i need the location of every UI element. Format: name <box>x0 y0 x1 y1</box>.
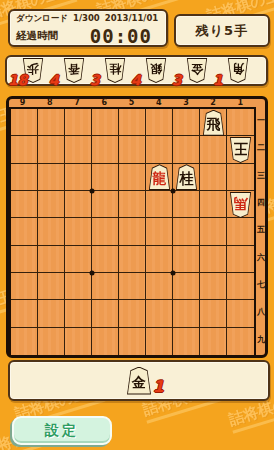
board-cell[interactable] <box>119 164 146 191</box>
piece-face: 馬 <box>230 193 251 217</box>
shogi-piece-桂[interactable]: 桂 <box>175 164 198 190</box>
board-cell[interactable] <box>92 300 119 327</box>
piece-face: 金 <box>187 59 207 82</box>
piece-glyph: 金 <box>191 63 203 75</box>
piece-glyph: 飛 <box>206 117 220 131</box>
board-cell[interactable] <box>92 218 119 245</box>
piece-face: 桂 <box>105 59 125 82</box>
hand-count: 1 <box>153 377 164 396</box>
board-cell[interactable] <box>227 300 254 327</box>
piece-glyph: 龍 <box>152 171 166 185</box>
rank-label: 二 <box>256 134 266 161</box>
board-cell[interactable] <box>38 191 65 218</box>
board-cell[interactable] <box>227 109 254 136</box>
piece-glyph: 銀 <box>150 63 162 75</box>
rank-coordinates: 一二三四五六七八九 <box>256 107 266 353</box>
board-cell[interactable] <box>173 328 200 355</box>
board-cell[interactable] <box>227 328 254 355</box>
board-cell[interactable] <box>200 328 227 355</box>
board-cell[interactable] <box>92 246 119 273</box>
rank-label: 五 <box>256 216 266 243</box>
board-cell[interactable] <box>227 218 254 245</box>
board-cell[interactable] <box>227 273 254 300</box>
star-point <box>89 271 94 276</box>
piece-glyph: 角 <box>232 63 244 75</box>
board-cell[interactable] <box>65 109 92 136</box>
gote-hand-slot-歩[interactable]: 歩18 <box>9 57 50 85</box>
file-label: 3 <box>172 99 199 107</box>
board-cell[interactable] <box>38 273 65 300</box>
board-cell[interactable] <box>92 328 119 355</box>
board-cell[interactable] <box>119 218 146 245</box>
hand-count: 4 <box>49 72 59 88</box>
gote-hand-slot-香[interactable]: 香4 <box>50 57 91 85</box>
board-cell[interactable] <box>200 164 227 191</box>
board-cell[interactable] <box>146 109 173 136</box>
board-cell[interactable] <box>173 246 200 273</box>
piece-face: 龍 <box>149 165 170 189</box>
board-cell[interactable] <box>11 273 38 300</box>
board-cell[interactable] <box>11 136 38 163</box>
rank-label: 八 <box>256 298 266 325</box>
shogi-piece-角[interactable]: 角 <box>227 58 249 83</box>
piece-glyph: 馬 <box>233 197 247 211</box>
shogi-piece-王[interactable]: 王 <box>229 137 252 163</box>
board-cell[interactable] <box>92 191 119 218</box>
piece-glyph: 桂 <box>179 171 193 185</box>
board-cell[interactable] <box>173 218 200 245</box>
rank-label: 九 <box>256 326 266 353</box>
board-cell[interactable] <box>11 109 38 136</box>
board-cell[interactable] <box>65 164 92 191</box>
board-cell[interactable] <box>173 273 200 300</box>
board-cell[interactable] <box>92 109 119 136</box>
board-cell[interactable] <box>92 136 119 163</box>
gote-hand-slot-金[interactable]: 金3 <box>173 57 214 85</box>
board-cell[interactable] <box>119 328 146 355</box>
rank-label: 三 <box>256 162 266 189</box>
occupied-square-4三[interactable]: 龍 <box>146 164 173 191</box>
occupied-square-1二[interactable]: 王 <box>227 136 254 163</box>
rank-label: 一 <box>256 107 266 134</box>
board-cell[interactable] <box>146 191 173 218</box>
tsume-shogi-app: { "game": "shogi", "mode": "tsume (check… <box>0 0 274 450</box>
file-label: 7 <box>63 99 90 107</box>
board-cell[interactable] <box>65 273 92 300</box>
board-cell[interactable] <box>200 246 227 273</box>
board-cell[interactable] <box>119 191 146 218</box>
occupied-square-3三[interactable]: 桂 <box>173 164 200 191</box>
settings-button-label: 設定 <box>45 422 79 440</box>
board-cell[interactable] <box>200 191 227 218</box>
date-label: 2013/11/01 <box>105 13 159 25</box>
gote-hand-tray: 歩18香4桂3銀4金3角1 <box>5 55 268 86</box>
board-cell[interactable] <box>92 273 119 300</box>
shogi-piece-銀[interactable]: 銀 <box>145 58 167 83</box>
hand-count: 3 <box>172 72 182 88</box>
board-cell[interactable] <box>11 191 38 218</box>
piece-face: 王 <box>230 138 251 162</box>
board-cell[interactable] <box>200 136 227 163</box>
file-label: 2 <box>200 99 227 107</box>
shogi-piece-桂[interactable]: 桂 <box>104 58 126 83</box>
board-cell[interactable] <box>11 164 38 191</box>
board-grid: 飛王龍桂馬 <box>9 107 256 357</box>
piece-face: 銀 <box>146 59 166 82</box>
shogi-board: 987654321 飛王龍桂馬 一二三四五六七八九 <box>6 96 268 358</box>
board-cell[interactable] <box>227 246 254 273</box>
board-cell[interactable] <box>11 300 38 327</box>
hand-count: 3 <box>90 72 100 88</box>
elapsed-time-label: 経過時間 <box>16 29 58 43</box>
piece-glyph: 桂 <box>109 63 121 75</box>
board-cell[interactable] <box>92 164 119 191</box>
file-coordinates: 987654321 <box>9 99 254 107</box>
piece-glyph: 香 <box>68 63 80 75</box>
board-cell[interactable] <box>119 273 146 300</box>
shogi-piece-飛[interactable]: 飛 <box>202 110 225 136</box>
info-panel: ダウンロード 1/300 2013/11/01 経過時間 00:00 <box>8 9 168 47</box>
star-point <box>89 189 94 194</box>
board-cell[interactable] <box>11 218 38 245</box>
board-cell[interactable] <box>38 218 65 245</box>
rank-label: 四 <box>256 189 266 216</box>
file-label: 1 <box>227 99 254 107</box>
board-cell[interactable] <box>119 109 146 136</box>
board-cell[interactable] <box>65 136 92 163</box>
board-cell[interactable] <box>173 300 200 327</box>
board-cell[interactable] <box>227 164 254 191</box>
board-cell[interactable] <box>119 136 146 163</box>
board-cell[interactable] <box>200 218 227 245</box>
piece-face: 桂 <box>176 165 197 189</box>
piece-face: 飛 <box>203 111 224 135</box>
piece-face: 角 <box>228 59 248 82</box>
shogi-piece-金[interactable]: 金 <box>126 367 152 395</box>
board-cell[interactable] <box>146 300 173 327</box>
hand-count: 1 <box>213 72 223 88</box>
board-cell[interactable] <box>38 246 65 273</box>
shogi-piece-金[interactable]: 金 <box>186 58 208 83</box>
settings-button[interactable]: 設定 <box>12 416 112 445</box>
board-cell[interactable] <box>200 273 227 300</box>
board-cell[interactable] <box>11 328 38 355</box>
remaining-moves-badge: 残り5手 <box>174 14 270 47</box>
board-cell[interactable] <box>11 246 38 273</box>
sente-hand-slot[interactable]: 金1 <box>124 366 154 396</box>
board-cell[interactable] <box>38 109 65 136</box>
hand-count: 4 <box>131 72 141 88</box>
shogi-piece-香[interactable]: 香 <box>63 58 85 83</box>
gote-hand-slot-角[interactable]: 角1 <box>214 57 255 85</box>
occupied-square-1四[interactable]: 馬 <box>227 191 254 218</box>
gote-hand-slot-桂[interactable]: 桂3 <box>91 57 132 85</box>
board-cell[interactable] <box>146 218 173 245</box>
board-cell[interactable] <box>173 136 200 163</box>
download-status: ダウンロード 1/300 2013/11/01 <box>16 13 160 25</box>
piece-face: 香 <box>64 59 84 82</box>
shogi-piece-馬[interactable]: 馬 <box>229 192 252 218</box>
board-cell[interactable] <box>38 164 65 191</box>
star-point <box>170 271 175 276</box>
board-cell[interactable] <box>65 328 92 355</box>
piece-face: 金 <box>127 368 151 394</box>
file-label: 6 <box>91 99 118 107</box>
board-cell[interactable] <box>146 328 173 355</box>
board-cell[interactable] <box>65 300 92 327</box>
board-cell[interactable] <box>65 218 92 245</box>
board-cell[interactable] <box>200 300 227 327</box>
file-label: 9 <box>9 99 36 107</box>
board-cell[interactable] <box>146 136 173 163</box>
board-cell[interactable] <box>38 300 65 327</box>
board-cell[interactable] <box>38 328 65 355</box>
rank-label: 六 <box>256 244 266 271</box>
board-cell[interactable] <box>65 191 92 218</box>
sente-hand-tray: 金1 <box>8 360 270 401</box>
elapsed-timer: 00:00 <box>90 25 152 47</box>
file-label: 4 <box>145 99 172 107</box>
download-label: ダウンロード <box>16 13 68 25</box>
board-cell[interactable] <box>173 109 200 136</box>
file-label: 8 <box>36 99 63 107</box>
rank-label: 七 <box>256 271 266 298</box>
board-cell[interactable] <box>146 246 173 273</box>
board-cell[interactable] <box>173 191 200 218</box>
piece-glyph: 歩 <box>27 63 39 75</box>
shogi-piece-龍[interactable]: 龍 <box>148 164 171 190</box>
hand-count: 18 <box>8 72 27 88</box>
board-cell[interactable] <box>119 246 146 273</box>
remaining-moves-label: 残り5手 <box>196 22 248 40</box>
board-cell[interactable] <box>65 246 92 273</box>
file-label: 5 <box>118 99 145 107</box>
gote-hand-slot-銀[interactable]: 銀4 <box>132 57 173 85</box>
occupied-square-2一[interactable]: 飛 <box>200 109 227 136</box>
board-cell[interactable] <box>38 136 65 163</box>
board-cell[interactable] <box>119 300 146 327</box>
piece-glyph: 金 <box>132 375 146 389</box>
piece-glyph: 王 <box>233 142 247 156</box>
board-cell[interactable] <box>146 273 173 300</box>
download-progress: 1/300 <box>73 13 100 25</box>
